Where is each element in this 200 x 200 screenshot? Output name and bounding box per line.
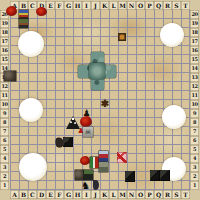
col-label-bottom-M: M (118, 190, 127, 199)
row-label-left-6: 6 (0, 136, 9, 145)
col-label-top-K: K (100, 1, 109, 10)
landmark-circle-4 (160, 23, 184, 47)
col-label-top-B: B (19, 1, 28, 10)
piece-splotch-I4[interactable] (80, 156, 90, 165)
col-label-top-P: P (145, 1, 154, 10)
col-label-top-L: L (109, 1, 118, 10)
piece-tomb-I7[interactable]: ☠ (83, 127, 93, 137)
row-label-right-15: 15 (190, 55, 199, 64)
col-label-bottom-A: A (10, 190, 19, 199)
row-label-left-10: 10 (0, 100, 9, 109)
col-label-bottom-P: P (145, 190, 154, 199)
col-label-top-F: F (55, 1, 64, 10)
piece-dark-unit-Q2[interactable] (150, 170, 160, 181)
piece-rock-A13[interactable] (4, 71, 16, 81)
piece-splotch-D20[interactable] (36, 7, 47, 16)
piece-hut-M17[interactable] (118, 33, 126, 41)
col-label-bottom-S: S (172, 190, 181, 199)
piece-dark-unit-N2[interactable] (125, 171, 135, 182)
col-label-bottom-O: O (136, 190, 145, 199)
piece-totem-B20[interactable] (19, 10, 28, 19)
row-label-right-9: 9 (190, 109, 199, 118)
row-label-left-1: 1 (0, 181, 9, 190)
piece-rock-H2[interactable] (75, 170, 84, 180)
row-label-right-12: 12 (190, 82, 199, 91)
col-label-bottom-D: D (37, 190, 46, 199)
row-label-left-12: 12 (0, 82, 9, 91)
piece-splotch-I8[interactable] (80, 116, 92, 127)
col-label-bottom-F: F (55, 190, 64, 199)
col-label-top-T: T (181, 1, 190, 10)
col-label-bottom-N: N (127, 190, 136, 199)
row-label-left-18: 18 (0, 28, 9, 37)
row-label-right-1: 1 (190, 181, 199, 190)
col-label-bottom-B: B (19, 190, 28, 199)
row-label-right-18: 18 (190, 28, 199, 37)
row-label-right-10: 10 (190, 100, 199, 109)
row-label-left-16: 16 (0, 46, 9, 55)
row-label-right-19: 19 (190, 19, 199, 28)
row-label-right-7: 7 (190, 127, 199, 136)
row-label-left-3: 3 (0, 163, 9, 172)
piece-spider-K10[interactable]: ✱ (100, 99, 110, 109)
piece-splotch-A20[interactable] (6, 6, 17, 16)
col-label-top-O: O (136, 1, 145, 10)
col-label-top-E: E (46, 1, 55, 10)
col-label-top-I: I (82, 1, 91, 10)
col-label-bottom-E: E (46, 190, 55, 199)
landmark-cross-core (89, 63, 105, 79)
row-label-right-13: 13 (190, 73, 199, 82)
piece-totem2-B19[interactable] (19, 19, 28, 28)
row-label-left-9: 9 (0, 109, 9, 118)
col-label-top-Q: Q (154, 1, 163, 10)
col-label-bottom-Q: Q (154, 190, 163, 199)
row-label-left-7: 7 (0, 127, 9, 136)
row-label-right-2: 2 (190, 172, 199, 181)
col-label-top-S: S (172, 1, 181, 10)
row-label-left-17: 17 (0, 37, 9, 46)
row-label-right-11: 11 (190, 91, 199, 100)
row-label-left-2: 2 (0, 172, 9, 181)
row-label-right-14: 14 (190, 64, 199, 73)
col-label-bottom-G: G (64, 190, 73, 199)
col-label-bottom-K: K (100, 190, 109, 199)
piece-dark-unit-G6[interactable] (63, 137, 73, 147)
game-screenshot: AABBCCDDEEFFGGHHIIJJKKLLMMNNOOPPQQRRSSTT… (0, 0, 200, 200)
col-label-top-M: M (118, 1, 127, 10)
landmark-circle-3 (19, 153, 47, 181)
landmark-circle-1 (18, 31, 44, 57)
col-label-bottom-R: R (163, 190, 172, 199)
piece-shield-K4[interactable] (99, 151, 108, 162)
piece-pink-M4[interactable] (117, 152, 127, 163)
row-label-left-19: 19 (0, 19, 9, 28)
row-label-right-20: 20 (190, 10, 199, 19)
row-label-left-5: 5 (0, 145, 9, 154)
row-label-right-8: 8 (190, 118, 199, 127)
col-label-bottom-J: J (91, 190, 100, 199)
col-label-top-J: J (91, 1, 100, 10)
col-label-top-H: H (73, 1, 82, 10)
col-label-top-R: R (163, 1, 172, 10)
row-label-right-4: 4 (190, 154, 199, 163)
piece-green-unit-I2[interactable] (84, 170, 93, 180)
piece-reaper-I1[interactable]: ♞ (80, 180, 91, 192)
row-label-right-6: 6 (190, 136, 199, 145)
piece-banner-J4[interactable] (90, 157, 99, 168)
row-label-left-15: 15 (0, 55, 9, 64)
row-label-left-11: 11 (0, 91, 9, 100)
col-label-top-G: G (64, 1, 73, 10)
row-label-right-3: 3 (190, 163, 199, 172)
landmark-circle-2 (19, 98, 43, 122)
row-label-right-17: 17 (190, 37, 199, 46)
row-label-left-4: 4 (0, 154, 9, 163)
row-label-right-5: 5 (190, 145, 199, 154)
col-label-bottom-C: C (28, 190, 37, 199)
piece-dark-unit-R2[interactable] (160, 170, 170, 181)
piece-mark-J1[interactable] (93, 180, 99, 190)
piece-blob-F6[interactable] (56, 138, 63, 147)
row-label-right-16: 16 (190, 46, 199, 55)
col-label-bottom-L: L (109, 190, 118, 199)
col-label-top-N: N (127, 1, 136, 10)
col-label-bottom-T: T (181, 190, 190, 199)
piece-drab-K3[interactable] (99, 162, 108, 172)
landmark-circle-5 (162, 105, 186, 129)
row-label-left-8: 8 (0, 118, 9, 127)
game-board[interactable]: AABBCCDDEEFFGGHHIIJJKKLLMMNNOOPPQQRRSSTT… (0, 0, 200, 200)
